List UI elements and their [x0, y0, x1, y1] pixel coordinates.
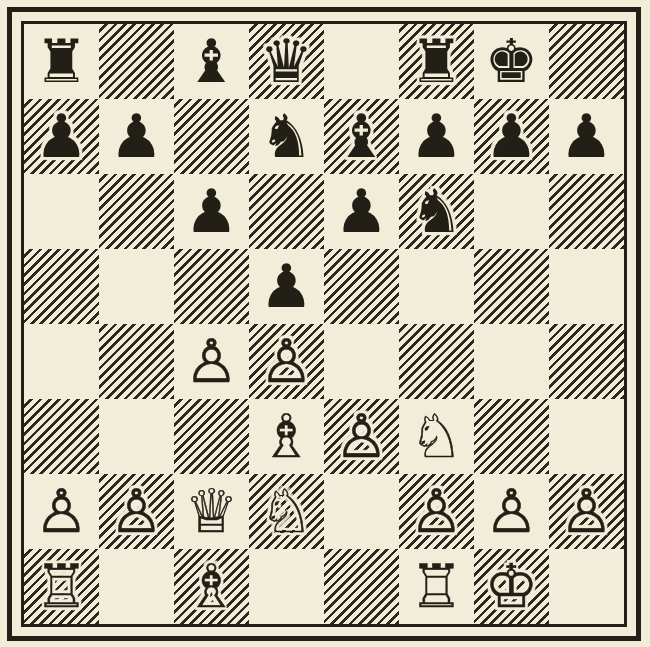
- square-f8[interactable]: ♜: [399, 24, 474, 99]
- black-pawn[interactable]: ♟: [185, 181, 239, 241]
- square-f3[interactable]: ♘: [399, 399, 474, 474]
- square-b7[interactable]: ♟: [99, 99, 174, 174]
- square-g5[interactable]: [474, 249, 549, 324]
- white-pawn[interactable]: ♙: [410, 481, 464, 541]
- square-c2[interactable]: ♕: [174, 474, 249, 549]
- square-d1[interactable]: [249, 549, 324, 624]
- square-c8[interactable]: ♝: [174, 24, 249, 99]
- square-f4[interactable]: [399, 324, 474, 399]
- square-a4[interactable]: [24, 324, 99, 399]
- square-e4[interactable]: [324, 324, 399, 399]
- square-d3[interactable]: ♗: [249, 399, 324, 474]
- square-b8[interactable]: [99, 24, 174, 99]
- square-a8[interactable]: ♜: [24, 24, 99, 99]
- square-g4[interactable]: [474, 324, 549, 399]
- white-pawn[interactable]: ♙: [185, 331, 239, 391]
- square-f6[interactable]: ♞: [399, 174, 474, 249]
- square-c1[interactable]: ♗: [174, 549, 249, 624]
- square-e5[interactable]: [324, 249, 399, 324]
- white-rook[interactable]: ♖: [35, 556, 89, 616]
- square-g6[interactable]: [474, 174, 549, 249]
- chess-board: ♜♝♛♜♚♟♟♞♝♟♟♟♟♟♞♟♙♙♗♙♘♙♙♕♘♙♙♙♖♗♖♔: [24, 24, 624, 624]
- square-e8[interactable]: [324, 24, 399, 99]
- square-c7[interactable]: [174, 99, 249, 174]
- black-knight[interactable]: ♞: [260, 106, 314, 166]
- black-pawn[interactable]: ♟: [485, 106, 539, 166]
- square-g8[interactable]: ♚: [474, 24, 549, 99]
- square-d5[interactable]: ♟: [249, 249, 324, 324]
- square-h7[interactable]: ♟: [549, 99, 624, 174]
- white-pawn[interactable]: ♙: [560, 481, 614, 541]
- square-a7[interactable]: ♟: [24, 99, 99, 174]
- white-pawn[interactable]: ♙: [110, 481, 164, 541]
- square-d4[interactable]: ♙: [249, 324, 324, 399]
- black-pawn[interactable]: ♟: [560, 106, 614, 166]
- square-d8[interactable]: ♛: [249, 24, 324, 99]
- white-king[interactable]: ♔: [485, 556, 539, 616]
- square-g1[interactable]: ♔: [474, 549, 549, 624]
- square-c4[interactable]: ♙: [174, 324, 249, 399]
- square-h1[interactable]: [549, 549, 624, 624]
- board-outer-frame: ♜♝♛♜♚♟♟♞♝♟♟♟♟♟♞♟♙♙♗♙♘♙♙♕♘♙♙♙♖♗♖♔: [7, 7, 641, 641]
- square-d6[interactable]: [249, 174, 324, 249]
- square-d2[interactable]: ♘: [249, 474, 324, 549]
- square-h4[interactable]: [549, 324, 624, 399]
- square-h3[interactable]: [549, 399, 624, 474]
- square-b5[interactable]: [99, 249, 174, 324]
- white-queen[interactable]: ♕: [185, 481, 239, 541]
- black-pawn[interactable]: ♟: [410, 106, 464, 166]
- black-queen[interactable]: ♛: [260, 31, 314, 91]
- black-pawn[interactable]: ♟: [110, 106, 164, 166]
- black-pawn[interactable]: ♟: [260, 256, 314, 316]
- square-h2[interactable]: ♙: [549, 474, 624, 549]
- square-a6[interactable]: [24, 174, 99, 249]
- square-e7[interactable]: ♝: [324, 99, 399, 174]
- white-pawn[interactable]: ♙: [485, 481, 539, 541]
- white-pawn[interactable]: ♙: [335, 406, 389, 466]
- square-f7[interactable]: ♟: [399, 99, 474, 174]
- white-pawn[interactable]: ♙: [35, 481, 89, 541]
- black-pawn[interactable]: ♟: [335, 181, 389, 241]
- white-knight[interactable]: ♘: [410, 406, 464, 466]
- black-king[interactable]: ♚: [485, 31, 539, 91]
- square-a5[interactable]: [24, 249, 99, 324]
- white-knight[interactable]: ♘: [260, 481, 314, 541]
- black-pawn[interactable]: ♟: [35, 106, 89, 166]
- square-g7[interactable]: ♟: [474, 99, 549, 174]
- square-c6[interactable]: ♟: [174, 174, 249, 249]
- square-h8[interactable]: [549, 24, 624, 99]
- square-f2[interactable]: ♙: [399, 474, 474, 549]
- white-pawn[interactable]: ♙: [260, 331, 314, 391]
- square-f5[interactable]: [399, 249, 474, 324]
- white-bishop[interactable]: ♗: [185, 556, 239, 616]
- black-knight[interactable]: ♞: [410, 181, 464, 241]
- white-bishop[interactable]: ♗: [260, 406, 314, 466]
- square-e1[interactable]: [324, 549, 399, 624]
- square-g3[interactable]: [474, 399, 549, 474]
- board-inner-frame: ♜♝♛♜♚♟♟♞♝♟♟♟♟♟♞♟♙♙♗♙♘♙♙♕♘♙♙♙♖♗♖♔: [21, 21, 627, 627]
- square-b6[interactable]: [99, 174, 174, 249]
- square-h5[interactable]: [549, 249, 624, 324]
- white-rook[interactable]: ♖: [410, 556, 464, 616]
- black-rook[interactable]: ♜: [35, 31, 89, 91]
- square-c5[interactable]: [174, 249, 249, 324]
- square-b3[interactable]: [99, 399, 174, 474]
- square-b2[interactable]: ♙: [99, 474, 174, 549]
- square-h6[interactable]: [549, 174, 624, 249]
- square-a2[interactable]: ♙: [24, 474, 99, 549]
- square-b4[interactable]: [99, 324, 174, 399]
- square-g2[interactable]: ♙: [474, 474, 549, 549]
- square-b1[interactable]: [99, 549, 174, 624]
- square-c3[interactable]: [174, 399, 249, 474]
- square-f1[interactable]: ♖: [399, 549, 474, 624]
- black-bishop[interactable]: ♝: [335, 106, 389, 166]
- scanned-page: ♜♝♛♜♚♟♟♞♝♟♟♟♟♟♞♟♙♙♗♙♘♙♙♕♘♙♙♙♖♗♖♔: [0, 0, 650, 647]
- square-e6[interactable]: ♟: [324, 174, 399, 249]
- square-e2[interactable]: [324, 474, 399, 549]
- square-a3[interactable]: [24, 399, 99, 474]
- square-e3[interactable]: ♙: [324, 399, 399, 474]
- square-d7[interactable]: ♞: [249, 99, 324, 174]
- black-rook[interactable]: ♜: [410, 31, 464, 91]
- square-a1[interactable]: ♖: [24, 549, 99, 624]
- black-bishop[interactable]: ♝: [185, 31, 239, 91]
